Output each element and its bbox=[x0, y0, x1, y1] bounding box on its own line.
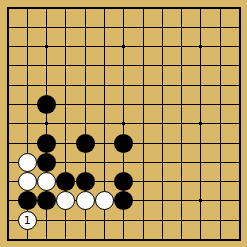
intersection bbox=[18, 114, 37, 133]
intersection bbox=[114, 0, 133, 18]
intersection bbox=[230, 191, 247, 210]
intersection bbox=[56, 153, 75, 172]
grid-line-v bbox=[123, 56, 124, 75]
intersection bbox=[37, 76, 56, 95]
intersection bbox=[56, 0, 75, 18]
intersection bbox=[114, 133, 133, 152]
intersection bbox=[37, 0, 56, 18]
grid-line-v bbox=[200, 133, 201, 152]
grid-line-v bbox=[65, 95, 66, 114]
grid-line-v bbox=[27, 114, 28, 133]
grid-line-v bbox=[8, 56, 9, 75]
grid-line-v bbox=[123, 18, 124, 37]
intersection bbox=[114, 114, 133, 133]
grid-line-v bbox=[239, 7, 240, 17]
grid-line-v bbox=[181, 133, 182, 152]
grid-line-v bbox=[143, 114, 144, 133]
grid-line-v bbox=[123, 230, 124, 240]
intersection bbox=[56, 191, 75, 210]
grid-line-v bbox=[162, 211, 163, 230]
grid-line-v bbox=[123, 7, 124, 17]
grid-line-v bbox=[162, 95, 163, 114]
intersection bbox=[133, 37, 152, 56]
black-stone bbox=[76, 172, 95, 191]
intersection bbox=[95, 211, 114, 230]
intersection bbox=[95, 172, 114, 191]
grid-line-v bbox=[123, 76, 124, 95]
white-stone bbox=[56, 191, 75, 210]
intersection bbox=[211, 18, 230, 37]
grid-line-v bbox=[200, 18, 201, 37]
grid-line-v bbox=[104, 56, 105, 75]
grid-line-v bbox=[104, 172, 105, 191]
grid-line-v bbox=[239, 230, 240, 240]
grid-line-v bbox=[65, 133, 66, 152]
grid-line-v bbox=[65, 114, 66, 133]
grid-line-v bbox=[46, 76, 47, 95]
grid-line-v bbox=[162, 7, 163, 17]
grid-line-v bbox=[162, 37, 163, 56]
grid-line-v bbox=[85, 95, 86, 114]
grid-line-v bbox=[123, 95, 124, 114]
grid-line-v bbox=[8, 230, 9, 240]
grid-line-v bbox=[181, 230, 182, 240]
grid-line-v bbox=[143, 172, 144, 191]
grid-line-v bbox=[239, 211, 240, 230]
intersection bbox=[211, 153, 230, 172]
intersection bbox=[56, 133, 75, 152]
grid-line-v bbox=[8, 76, 9, 95]
intersection bbox=[230, 95, 247, 114]
intersection bbox=[56, 230, 75, 247]
intersection bbox=[56, 114, 75, 133]
intersection bbox=[191, 37, 210, 56]
grid-line-v bbox=[143, 211, 144, 230]
grid-line-v bbox=[27, 18, 28, 37]
intersection bbox=[56, 18, 75, 37]
grid-line-v bbox=[220, 95, 221, 114]
intersection bbox=[114, 95, 133, 114]
grid-line-v bbox=[220, 230, 221, 240]
intersection bbox=[18, 133, 37, 152]
intersection bbox=[191, 172, 210, 191]
intersection bbox=[172, 172, 191, 191]
intersection bbox=[191, 114, 210, 133]
intersection bbox=[18, 230, 37, 247]
grid-line-v bbox=[8, 114, 9, 133]
intersection bbox=[95, 191, 114, 210]
intersection bbox=[133, 56, 152, 75]
intersection bbox=[211, 0, 230, 18]
grid-line-v bbox=[181, 18, 182, 37]
grid-line-v bbox=[181, 95, 182, 114]
grid-line-v bbox=[220, 211, 221, 230]
black-stone bbox=[18, 191, 37, 210]
intersection bbox=[191, 133, 210, 152]
white-stone bbox=[95, 191, 114, 210]
grid-line-v bbox=[239, 114, 240, 133]
grid-line-v bbox=[220, 153, 221, 172]
intersection bbox=[37, 18, 56, 37]
intersection bbox=[114, 172, 133, 191]
intersection bbox=[95, 76, 114, 95]
intersection bbox=[37, 37, 56, 56]
intersection bbox=[18, 76, 37, 95]
grid-line-v bbox=[220, 114, 221, 133]
intersection bbox=[211, 76, 230, 95]
intersection bbox=[153, 172, 172, 191]
black-stone bbox=[37, 134, 56, 153]
intersection bbox=[191, 95, 210, 114]
intersection bbox=[37, 95, 56, 114]
grid-line-v bbox=[200, 153, 201, 172]
intersection bbox=[153, 211, 172, 230]
grid-line-v bbox=[65, 18, 66, 37]
grid-line-v bbox=[143, 76, 144, 95]
intersection bbox=[133, 76, 152, 95]
intersection bbox=[114, 37, 133, 56]
grid-line-h bbox=[7, 143, 17, 144]
intersection bbox=[76, 114, 95, 133]
grid-line-v bbox=[85, 114, 86, 133]
intersection bbox=[191, 153, 210, 172]
grid-line-v bbox=[27, 37, 28, 56]
intersection bbox=[172, 18, 191, 37]
intersection bbox=[172, 37, 191, 56]
white-stone: 1 bbox=[18, 211, 37, 230]
intersection bbox=[95, 153, 114, 172]
intersection bbox=[0, 191, 18, 210]
intersection bbox=[191, 76, 210, 95]
grid-line-v bbox=[85, 56, 86, 75]
grid-line-v bbox=[104, 211, 105, 230]
grid-line-v bbox=[200, 76, 201, 95]
grid-line-v bbox=[200, 7, 201, 17]
intersection bbox=[56, 95, 75, 114]
intersection bbox=[76, 133, 95, 152]
intersection bbox=[153, 114, 172, 133]
grid-line-v bbox=[181, 211, 182, 230]
grid-line-v bbox=[8, 191, 9, 210]
intersection bbox=[114, 191, 133, 210]
intersection bbox=[133, 172, 152, 191]
intersection bbox=[172, 133, 191, 152]
grid-line-v bbox=[46, 230, 47, 240]
grid-line-v bbox=[8, 18, 9, 37]
intersection bbox=[0, 114, 18, 133]
grid-line-v bbox=[8, 37, 9, 56]
grid-line-v bbox=[27, 56, 28, 75]
grid-line-v bbox=[8, 172, 9, 191]
star-point bbox=[122, 45, 125, 48]
intersection bbox=[95, 114, 114, 133]
grid-line-v bbox=[162, 18, 163, 37]
grid-line-v bbox=[27, 133, 28, 152]
grid-line-v bbox=[162, 76, 163, 95]
white-stone bbox=[18, 153, 37, 172]
intersection bbox=[211, 211, 230, 230]
intersection bbox=[76, 56, 95, 75]
intersection bbox=[95, 56, 114, 75]
intersection bbox=[0, 211, 18, 230]
grid-line-v bbox=[220, 76, 221, 95]
grid-line-v bbox=[104, 76, 105, 95]
intersection bbox=[0, 56, 18, 75]
grid-line-v bbox=[220, 172, 221, 191]
grid-line-v bbox=[65, 230, 66, 240]
intersection bbox=[230, 172, 247, 191]
grid-line-v bbox=[65, 211, 66, 230]
white-stone bbox=[76, 191, 95, 210]
grid-line-v bbox=[27, 230, 28, 240]
grid-line-h bbox=[7, 46, 17, 47]
grid-line-v bbox=[46, 56, 47, 75]
star-point bbox=[45, 122, 48, 125]
grid-line-h bbox=[7, 200, 17, 201]
grid-line-v bbox=[200, 172, 201, 191]
intersection bbox=[0, 0, 18, 18]
black-stone bbox=[76, 134, 95, 153]
grid-line-v bbox=[143, 153, 144, 172]
intersection bbox=[230, 0, 247, 18]
intersection bbox=[95, 37, 114, 56]
grid-line-v bbox=[8, 133, 9, 152]
grid-line-v bbox=[85, 153, 86, 172]
grid-line-v bbox=[162, 191, 163, 210]
intersection bbox=[114, 56, 133, 75]
intersection bbox=[172, 211, 191, 230]
black-stone bbox=[37, 153, 56, 172]
intersection bbox=[211, 191, 230, 210]
intersection bbox=[114, 153, 133, 172]
grid-line-v bbox=[220, 56, 221, 75]
intersection bbox=[76, 95, 95, 114]
grid-line-v bbox=[46, 211, 47, 230]
intersection bbox=[95, 95, 114, 114]
black-stone bbox=[37, 95, 56, 114]
intersection bbox=[18, 56, 37, 75]
intersection bbox=[76, 0, 95, 18]
go-board-grid: 1 bbox=[0, 0, 247, 247]
intersection bbox=[211, 56, 230, 75]
intersection bbox=[230, 56, 247, 75]
intersection bbox=[18, 18, 37, 37]
intersection bbox=[37, 211, 56, 230]
intersection bbox=[153, 37, 172, 56]
intersection bbox=[153, 230, 172, 247]
grid-line-v bbox=[162, 56, 163, 75]
black-stone bbox=[37, 191, 56, 210]
intersection bbox=[76, 172, 95, 191]
intersection bbox=[76, 18, 95, 37]
grid-line-v bbox=[181, 191, 182, 210]
grid-line-v bbox=[200, 56, 201, 75]
grid-line-v bbox=[162, 230, 163, 240]
grid-line-v bbox=[162, 133, 163, 152]
intersection bbox=[191, 191, 210, 210]
grid-line-v bbox=[181, 172, 182, 191]
intersection bbox=[95, 230, 114, 247]
intersection bbox=[76, 230, 95, 247]
grid-line-v bbox=[239, 37, 240, 56]
intersection bbox=[56, 172, 75, 191]
intersection bbox=[172, 230, 191, 247]
intersection bbox=[133, 95, 152, 114]
grid-line-v bbox=[104, 133, 105, 152]
intersection bbox=[153, 76, 172, 95]
grid-line-h bbox=[7, 85, 17, 86]
grid-line-v bbox=[85, 18, 86, 37]
grid-line-v bbox=[143, 56, 144, 75]
black-stone bbox=[56, 172, 75, 191]
intersection bbox=[230, 211, 247, 230]
grid-line-v bbox=[239, 76, 240, 95]
star-point bbox=[199, 122, 202, 125]
intersection bbox=[172, 153, 191, 172]
grid-line-h bbox=[7, 8, 17, 9]
grid-line-v bbox=[104, 37, 105, 56]
intersection bbox=[191, 211, 210, 230]
black-stone bbox=[114, 172, 133, 191]
intersection bbox=[230, 18, 247, 37]
grid-line-v bbox=[123, 211, 124, 230]
grid-line-v bbox=[181, 76, 182, 95]
grid-line-v bbox=[162, 153, 163, 172]
intersection bbox=[37, 133, 56, 152]
intersection bbox=[211, 37, 230, 56]
intersection bbox=[18, 0, 37, 18]
intersection bbox=[230, 153, 247, 172]
intersection bbox=[230, 76, 247, 95]
intersection bbox=[153, 133, 172, 152]
intersection bbox=[211, 230, 230, 247]
go-board: 1 bbox=[0, 0, 247, 247]
intersection bbox=[37, 191, 56, 210]
intersection bbox=[0, 153, 18, 172]
grid-line-v bbox=[46, 18, 47, 37]
grid-line-v bbox=[8, 153, 9, 172]
intersection bbox=[76, 211, 95, 230]
intersection bbox=[18, 172, 37, 191]
grid-line-h bbox=[7, 220, 17, 221]
grid-line-v bbox=[220, 191, 221, 210]
grid-line-v bbox=[27, 76, 28, 95]
grid-line-v bbox=[143, 95, 144, 114]
grid-line-h bbox=[7, 181, 17, 182]
intersection bbox=[133, 211, 152, 230]
intersection bbox=[191, 56, 210, 75]
intersection bbox=[133, 191, 152, 210]
intersection bbox=[56, 211, 75, 230]
grid-line-v bbox=[200, 211, 201, 230]
intersection bbox=[172, 95, 191, 114]
intersection bbox=[37, 114, 56, 133]
intersection bbox=[153, 56, 172, 75]
intersection bbox=[153, 153, 172, 172]
grid-line-v bbox=[239, 172, 240, 191]
intersection bbox=[56, 37, 75, 56]
star-point bbox=[122, 122, 125, 125]
grid-line-h bbox=[7, 65, 17, 66]
star-point bbox=[199, 45, 202, 48]
intersection bbox=[76, 76, 95, 95]
grid-line-v bbox=[104, 18, 105, 37]
grid-line-v bbox=[85, 76, 86, 95]
intersection bbox=[172, 56, 191, 75]
intersection bbox=[95, 133, 114, 152]
intersection bbox=[172, 76, 191, 95]
intersection bbox=[114, 211, 133, 230]
grid-line-v bbox=[46, 7, 47, 17]
grid-line-v bbox=[65, 56, 66, 75]
grid-line-v bbox=[239, 191, 240, 210]
intersection bbox=[133, 230, 152, 247]
star-point bbox=[199, 199, 202, 202]
intersection bbox=[191, 230, 210, 247]
grid-line-h bbox=[7, 162, 17, 163]
intersection bbox=[211, 114, 230, 133]
intersection bbox=[153, 18, 172, 37]
intersection bbox=[37, 172, 56, 191]
intersection bbox=[95, 18, 114, 37]
intersection bbox=[230, 133, 247, 152]
grid-line-v bbox=[181, 7, 182, 17]
intersection bbox=[56, 56, 75, 75]
grid-line-h bbox=[7, 104, 17, 105]
grid-line-v bbox=[200, 95, 201, 114]
grid-line-v bbox=[239, 153, 240, 172]
intersection bbox=[0, 37, 18, 56]
intersection bbox=[153, 0, 172, 18]
grid-line-v bbox=[143, 37, 144, 56]
black-stone bbox=[114, 191, 133, 210]
white-stone bbox=[18, 172, 37, 191]
intersection bbox=[76, 37, 95, 56]
intersection bbox=[191, 18, 210, 37]
intersection bbox=[18, 153, 37, 172]
intersection bbox=[211, 172, 230, 191]
grid-line-v bbox=[65, 153, 66, 172]
intersection bbox=[114, 18, 133, 37]
white-stone bbox=[37, 172, 56, 191]
grid-line-v bbox=[65, 7, 66, 17]
grid-line-v bbox=[85, 211, 86, 230]
grid-line-v bbox=[104, 230, 105, 240]
grid-line-v bbox=[104, 153, 105, 172]
grid-line-v bbox=[239, 18, 240, 37]
grid-line-v bbox=[181, 37, 182, 56]
intersection bbox=[133, 0, 152, 18]
intersection bbox=[76, 191, 95, 210]
intersection bbox=[0, 18, 18, 37]
intersection bbox=[133, 153, 152, 172]
intersection bbox=[18, 37, 37, 56]
grid-line-v bbox=[123, 153, 124, 172]
intersection bbox=[172, 0, 191, 18]
grid-line-v bbox=[27, 7, 28, 17]
intersection bbox=[18, 95, 37, 114]
intersection bbox=[133, 114, 152, 133]
intersection bbox=[0, 95, 18, 114]
intersection bbox=[211, 133, 230, 152]
intersection bbox=[172, 191, 191, 210]
intersection bbox=[0, 76, 18, 95]
grid-line-v bbox=[65, 76, 66, 95]
intersection bbox=[114, 230, 133, 247]
intersection bbox=[153, 95, 172, 114]
grid-line-v bbox=[181, 56, 182, 75]
intersection: 1 bbox=[18, 211, 37, 230]
